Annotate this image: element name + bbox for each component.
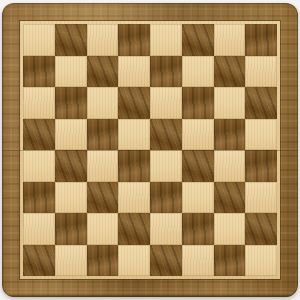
square-a2 [23, 213, 55, 245]
square-f1 [182, 245, 214, 277]
square-d4 [118, 150, 150, 182]
square-f8 [182, 24, 214, 56]
square-e1 [150, 245, 182, 277]
square-b8 [55, 24, 87, 56]
square-h1 [245, 245, 277, 277]
square-c3 [87, 182, 119, 214]
square-e7 [150, 56, 182, 88]
square-b5 [55, 119, 87, 151]
square-e5 [150, 119, 182, 151]
square-c1 [87, 245, 119, 277]
board-grid [23, 24, 277, 276]
square-d3 [118, 182, 150, 214]
square-a4 [23, 150, 55, 182]
square-g5 [214, 119, 246, 151]
square-c2 [87, 213, 119, 245]
square-b3 [55, 182, 87, 214]
square-h2 [245, 213, 277, 245]
square-c8 [87, 24, 119, 56]
square-h3 [245, 182, 277, 214]
square-h7 [245, 56, 277, 88]
square-f5 [182, 119, 214, 151]
square-d5 [118, 119, 150, 151]
square-b1 [55, 245, 87, 277]
square-e4 [150, 150, 182, 182]
square-f3 [182, 182, 214, 214]
square-d2 [118, 213, 150, 245]
square-a3 [23, 182, 55, 214]
square-g4 [214, 150, 246, 182]
chessboard [2, 3, 298, 297]
square-f7 [182, 56, 214, 88]
square-b4 [55, 150, 87, 182]
square-h8 [245, 24, 277, 56]
square-e2 [150, 213, 182, 245]
square-b6 [55, 87, 87, 119]
square-c7 [87, 56, 119, 88]
square-f4 [182, 150, 214, 182]
square-a5 [23, 119, 55, 151]
square-f6 [182, 87, 214, 119]
square-h5 [245, 119, 277, 151]
square-g1 [214, 245, 246, 277]
square-g3 [214, 182, 246, 214]
square-a6 [23, 87, 55, 119]
square-h4 [245, 150, 277, 182]
square-a8 [23, 24, 55, 56]
square-b2 [55, 213, 87, 245]
square-e8 [150, 24, 182, 56]
square-d6 [118, 87, 150, 119]
square-d1 [118, 245, 150, 277]
square-g2 [214, 213, 246, 245]
square-a1 [23, 245, 55, 277]
square-c5 [87, 119, 119, 151]
square-d8 [118, 24, 150, 56]
square-f2 [182, 213, 214, 245]
square-h6 [245, 87, 277, 119]
square-g6 [214, 87, 246, 119]
photo-background [0, 0, 300, 300]
square-g7 [214, 56, 246, 88]
square-d7 [118, 56, 150, 88]
square-b7 [55, 56, 87, 88]
square-e3 [150, 182, 182, 214]
square-g8 [214, 24, 246, 56]
square-c4 [87, 150, 119, 182]
board-inlay-frame [20, 21, 280, 279]
square-a7 [23, 56, 55, 88]
square-e6 [150, 87, 182, 119]
square-c6 [87, 87, 119, 119]
